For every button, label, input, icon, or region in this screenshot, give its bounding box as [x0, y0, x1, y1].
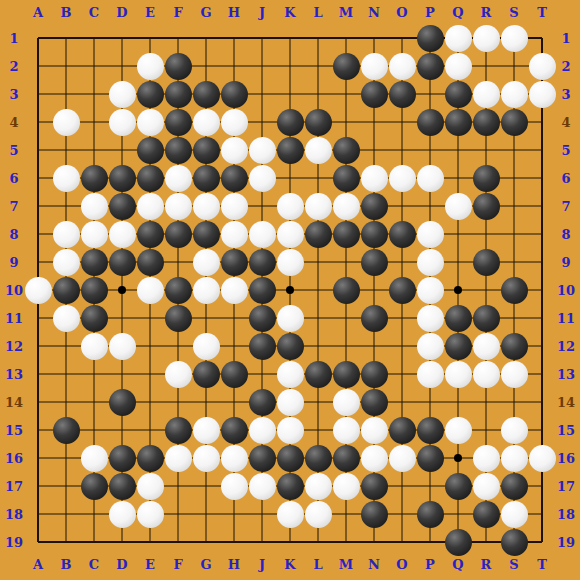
intersection-h2[interactable]	[220, 52, 248, 80]
intersection-s3[interactable]	[500, 80, 528, 108]
intersection-m6[interactable]	[332, 164, 360, 192]
intersection-o8[interactable]	[388, 220, 416, 248]
intersection-e13[interactable]	[136, 360, 164, 388]
intersection-o10[interactable]	[388, 276, 416, 304]
intersection-q17[interactable]	[444, 472, 472, 500]
intersection-m14[interactable]	[332, 388, 360, 416]
intersection-s12[interactable]	[500, 332, 528, 360]
intersection-h16[interactable]	[220, 444, 248, 472]
intersection-h15[interactable]	[220, 416, 248, 444]
intersection-g4[interactable]	[192, 108, 220, 136]
intersection-j12[interactable]	[248, 332, 276, 360]
intersection-j18[interactable]	[248, 500, 276, 528]
intersection-e18[interactable]	[136, 500, 164, 528]
intersection-m2[interactable]	[332, 52, 360, 80]
intersection-h14[interactable]	[220, 388, 248, 416]
intersection-k1[interactable]	[276, 24, 304, 52]
intersection-g2[interactable]	[192, 52, 220, 80]
intersection-p5[interactable]	[416, 136, 444, 164]
intersection-c2[interactable]	[80, 52, 108, 80]
intersection-r6[interactable]	[472, 164, 500, 192]
intersection-f2[interactable]	[164, 52, 192, 80]
intersection-f16[interactable]	[164, 444, 192, 472]
intersection-k11[interactable]	[276, 304, 304, 332]
intersection-s16[interactable]	[500, 444, 528, 472]
intersection-n16[interactable]	[360, 444, 388, 472]
intersection-n5[interactable]	[360, 136, 388, 164]
intersection-n8[interactable]	[360, 220, 388, 248]
intersection-o16[interactable]	[388, 444, 416, 472]
intersection-h13[interactable]	[220, 360, 248, 388]
intersection-t7[interactable]	[528, 192, 556, 220]
intersection-d14[interactable]	[108, 388, 136, 416]
intersection-j2[interactable]	[248, 52, 276, 80]
intersection-q16[interactable]	[444, 444, 472, 472]
intersection-b10[interactable]	[52, 276, 80, 304]
intersection-c14[interactable]	[80, 388, 108, 416]
intersection-a6[interactable]	[24, 164, 52, 192]
intersection-r1[interactable]	[472, 24, 500, 52]
intersection-h10[interactable]	[220, 276, 248, 304]
intersection-e7[interactable]	[136, 192, 164, 220]
intersection-n13[interactable]	[360, 360, 388, 388]
intersection-l2[interactable]	[304, 52, 332, 80]
intersection-m8[interactable]	[332, 220, 360, 248]
intersection-b11[interactable]	[52, 304, 80, 332]
intersection-b4[interactable]	[52, 108, 80, 136]
intersection-c8[interactable]	[80, 220, 108, 248]
intersection-j5[interactable]	[248, 136, 276, 164]
intersection-q14[interactable]	[444, 388, 472, 416]
intersection-p3[interactable]	[416, 80, 444, 108]
intersection-a18[interactable]	[24, 500, 52, 528]
intersection-r11[interactable]	[472, 304, 500, 332]
intersection-m16[interactable]	[332, 444, 360, 472]
intersection-e16[interactable]	[136, 444, 164, 472]
intersection-a7[interactable]	[24, 192, 52, 220]
intersection-c11[interactable]	[80, 304, 108, 332]
intersection-b13[interactable]	[52, 360, 80, 388]
intersection-e5[interactable]	[136, 136, 164, 164]
intersection-o12[interactable]	[388, 332, 416, 360]
intersection-a4[interactable]	[24, 108, 52, 136]
intersection-a11[interactable]	[24, 304, 52, 332]
intersection-t8[interactable]	[528, 220, 556, 248]
intersection-h1[interactable]	[220, 24, 248, 52]
intersection-t2[interactable]	[528, 52, 556, 80]
intersection-e6[interactable]	[136, 164, 164, 192]
intersection-r7[interactable]	[472, 192, 500, 220]
intersection-k12[interactable]	[276, 332, 304, 360]
intersection-q15[interactable]	[444, 416, 472, 444]
intersection-k13[interactable]	[276, 360, 304, 388]
intersection-h9[interactable]	[220, 248, 248, 276]
intersection-k6[interactable]	[276, 164, 304, 192]
intersection-q13[interactable]	[444, 360, 472, 388]
intersection-r17[interactable]	[472, 472, 500, 500]
intersection-q5[interactable]	[444, 136, 472, 164]
intersection-o2[interactable]	[388, 52, 416, 80]
intersection-r15[interactable]	[472, 416, 500, 444]
intersection-a19[interactable]	[24, 528, 52, 556]
intersection-e11[interactable]	[136, 304, 164, 332]
intersection-g14[interactable]	[192, 388, 220, 416]
intersection-h5[interactable]	[220, 136, 248, 164]
intersection-p8[interactable]	[416, 220, 444, 248]
intersection-c13[interactable]	[80, 360, 108, 388]
intersection-o3[interactable]	[388, 80, 416, 108]
intersection-l18[interactable]	[304, 500, 332, 528]
intersection-h3[interactable]	[220, 80, 248, 108]
intersection-k9[interactable]	[276, 248, 304, 276]
intersection-c4[interactable]	[80, 108, 108, 136]
intersection-k3[interactable]	[276, 80, 304, 108]
intersection-f13[interactable]	[164, 360, 192, 388]
intersection-j17[interactable]	[248, 472, 276, 500]
intersection-n12[interactable]	[360, 332, 388, 360]
intersection-d18[interactable]	[108, 500, 136, 528]
intersection-a10[interactable]	[24, 276, 52, 304]
intersection-g10[interactable]	[192, 276, 220, 304]
intersection-n19[interactable]	[360, 528, 388, 556]
intersection-a17[interactable]	[24, 472, 52, 500]
intersection-q18[interactable]	[444, 500, 472, 528]
intersection-g11[interactable]	[192, 304, 220, 332]
intersection-l5[interactable]	[304, 136, 332, 164]
intersection-m15[interactable]	[332, 416, 360, 444]
intersection-j6[interactable]	[248, 164, 276, 192]
intersection-o18[interactable]	[388, 500, 416, 528]
intersection-s11[interactable]	[500, 304, 528, 332]
intersection-p14[interactable]	[416, 388, 444, 416]
intersection-d15[interactable]	[108, 416, 136, 444]
intersection-r16[interactable]	[472, 444, 500, 472]
intersection-l17[interactable]	[304, 472, 332, 500]
intersection-c10[interactable]	[80, 276, 108, 304]
intersection-a2[interactable]	[24, 52, 52, 80]
intersection-h7[interactable]	[220, 192, 248, 220]
intersection-e10[interactable]	[136, 276, 164, 304]
intersection-t5[interactable]	[528, 136, 556, 164]
intersection-d4[interactable]	[108, 108, 136, 136]
intersection-g9[interactable]	[192, 248, 220, 276]
intersection-a1[interactable]	[24, 24, 52, 52]
intersection-b8[interactable]	[52, 220, 80, 248]
intersection-m7[interactable]	[332, 192, 360, 220]
intersection-s7[interactable]	[500, 192, 528, 220]
intersection-e8[interactable]	[136, 220, 164, 248]
intersection-e14[interactable]	[136, 388, 164, 416]
intersection-s17[interactable]	[500, 472, 528, 500]
intersection-s6[interactable]	[500, 164, 528, 192]
intersection-t16[interactable]	[528, 444, 556, 472]
intersection-k10[interactable]	[276, 276, 304, 304]
intersection-g7[interactable]	[192, 192, 220, 220]
intersection-m13[interactable]	[332, 360, 360, 388]
intersection-r13[interactable]	[472, 360, 500, 388]
intersection-o17[interactable]	[388, 472, 416, 500]
intersection-r10[interactable]	[472, 276, 500, 304]
intersection-h8[interactable]	[220, 220, 248, 248]
intersection-t12[interactable]	[528, 332, 556, 360]
intersection-o13[interactable]	[388, 360, 416, 388]
intersection-a12[interactable]	[24, 332, 52, 360]
intersection-n9[interactable]	[360, 248, 388, 276]
intersection-l3[interactable]	[304, 80, 332, 108]
intersection-m9[interactable]	[332, 248, 360, 276]
intersection-e19[interactable]	[136, 528, 164, 556]
intersection-g15[interactable]	[192, 416, 220, 444]
intersection-s19[interactable]	[500, 528, 528, 556]
intersection-o7[interactable]	[388, 192, 416, 220]
intersection-n2[interactable]	[360, 52, 388, 80]
intersection-t3[interactable]	[528, 80, 556, 108]
intersection-l14[interactable]	[304, 388, 332, 416]
intersection-k14[interactable]	[276, 388, 304, 416]
intersection-j9[interactable]	[248, 248, 276, 276]
intersection-c5[interactable]	[80, 136, 108, 164]
intersection-a5[interactable]	[24, 136, 52, 164]
intersection-f7[interactable]	[164, 192, 192, 220]
intersection-s14[interactable]	[500, 388, 528, 416]
intersection-n10[interactable]	[360, 276, 388, 304]
intersection-b19[interactable]	[52, 528, 80, 556]
intersection-k2[interactable]	[276, 52, 304, 80]
intersection-n6[interactable]	[360, 164, 388, 192]
intersection-e9[interactable]	[136, 248, 164, 276]
intersection-o6[interactable]	[388, 164, 416, 192]
intersection-j16[interactable]	[248, 444, 276, 472]
intersection-a16[interactable]	[24, 444, 52, 472]
intersection-l8[interactable]	[304, 220, 332, 248]
intersection-l13[interactable]	[304, 360, 332, 388]
intersection-q4[interactable]	[444, 108, 472, 136]
intersection-o9[interactable]	[388, 248, 416, 276]
intersection-l16[interactable]	[304, 444, 332, 472]
intersection-g8[interactable]	[192, 220, 220, 248]
intersection-h18[interactable]	[220, 500, 248, 528]
intersection-f15[interactable]	[164, 416, 192, 444]
intersection-q7[interactable]	[444, 192, 472, 220]
intersection-g3[interactable]	[192, 80, 220, 108]
intersection-h11[interactable]	[220, 304, 248, 332]
intersection-k16[interactable]	[276, 444, 304, 472]
intersection-r12[interactable]	[472, 332, 500, 360]
intersection-c6[interactable]	[80, 164, 108, 192]
intersection-c12[interactable]	[80, 332, 108, 360]
intersection-e3[interactable]	[136, 80, 164, 108]
intersection-p2[interactable]	[416, 52, 444, 80]
intersection-t14[interactable]	[528, 388, 556, 416]
intersection-j3[interactable]	[248, 80, 276, 108]
intersection-j8[interactable]	[248, 220, 276, 248]
intersection-a3[interactable]	[24, 80, 52, 108]
intersection-p12[interactable]	[416, 332, 444, 360]
intersection-q8[interactable]	[444, 220, 472, 248]
intersection-p19[interactable]	[416, 528, 444, 556]
intersection-p11[interactable]	[416, 304, 444, 332]
intersection-l10[interactable]	[304, 276, 332, 304]
intersection-n1[interactable]	[360, 24, 388, 52]
intersection-e15[interactable]	[136, 416, 164, 444]
intersection-n3[interactable]	[360, 80, 388, 108]
intersection-b18[interactable]	[52, 500, 80, 528]
intersection-s10[interactable]	[500, 276, 528, 304]
intersection-b6[interactable]	[52, 164, 80, 192]
intersection-d16[interactable]	[108, 444, 136, 472]
intersection-k7[interactable]	[276, 192, 304, 220]
intersection-a8[interactable]	[24, 220, 52, 248]
intersection-e2[interactable]	[136, 52, 164, 80]
intersection-k18[interactable]	[276, 500, 304, 528]
intersection-t10[interactable]	[528, 276, 556, 304]
intersection-g12[interactable]	[192, 332, 220, 360]
intersection-q12[interactable]	[444, 332, 472, 360]
intersection-d7[interactable]	[108, 192, 136, 220]
intersection-f6[interactable]	[164, 164, 192, 192]
intersection-r9[interactable]	[472, 248, 500, 276]
intersection-b14[interactable]	[52, 388, 80, 416]
intersection-m18[interactable]	[332, 500, 360, 528]
intersection-f17[interactable]	[164, 472, 192, 500]
intersection-f19[interactable]	[164, 528, 192, 556]
intersection-n18[interactable]	[360, 500, 388, 528]
intersection-r19[interactable]	[472, 528, 500, 556]
intersection-h6[interactable]	[220, 164, 248, 192]
intersection-h19[interactable]	[220, 528, 248, 556]
intersection-q10[interactable]	[444, 276, 472, 304]
intersection-b9[interactable]	[52, 248, 80, 276]
intersection-f9[interactable]	[164, 248, 192, 276]
intersection-s9[interactable]	[500, 248, 528, 276]
intersection-b1[interactable]	[52, 24, 80, 52]
intersection-n11[interactable]	[360, 304, 388, 332]
intersection-s8[interactable]	[500, 220, 528, 248]
intersection-j11[interactable]	[248, 304, 276, 332]
intersection-s1[interactable]	[500, 24, 528, 52]
intersection-e17[interactable]	[136, 472, 164, 500]
intersection-o1[interactable]	[388, 24, 416, 52]
intersection-t4[interactable]	[528, 108, 556, 136]
intersection-p10[interactable]	[416, 276, 444, 304]
intersection-r2[interactable]	[472, 52, 500, 80]
intersection-l1[interactable]	[304, 24, 332, 52]
intersection-s2[interactable]	[500, 52, 528, 80]
intersection-c17[interactable]	[80, 472, 108, 500]
intersection-p13[interactable]	[416, 360, 444, 388]
intersection-c9[interactable]	[80, 248, 108, 276]
intersection-g18[interactable]	[192, 500, 220, 528]
intersection-l7[interactable]	[304, 192, 332, 220]
intersection-m10[interactable]	[332, 276, 360, 304]
intersection-g19[interactable]	[192, 528, 220, 556]
intersection-g6[interactable]	[192, 164, 220, 192]
intersection-b17[interactable]	[52, 472, 80, 500]
intersection-k17[interactable]	[276, 472, 304, 500]
intersection-d5[interactable]	[108, 136, 136, 164]
intersection-p4[interactable]	[416, 108, 444, 136]
intersection-j10[interactable]	[248, 276, 276, 304]
intersection-j1[interactable]	[248, 24, 276, 52]
intersection-s5[interactable]	[500, 136, 528, 164]
intersection-t13[interactable]	[528, 360, 556, 388]
intersection-f4[interactable]	[164, 108, 192, 136]
intersection-t9[interactable]	[528, 248, 556, 276]
intersection-l19[interactable]	[304, 528, 332, 556]
intersection-p15[interactable]	[416, 416, 444, 444]
intersection-a13[interactable]	[24, 360, 52, 388]
intersection-t17[interactable]	[528, 472, 556, 500]
intersection-n17[interactable]	[360, 472, 388, 500]
intersection-f10[interactable]	[164, 276, 192, 304]
intersection-d19[interactable]	[108, 528, 136, 556]
intersection-l9[interactable]	[304, 248, 332, 276]
intersection-d11[interactable]	[108, 304, 136, 332]
intersection-l15[interactable]	[304, 416, 332, 444]
intersection-e4[interactable]	[136, 108, 164, 136]
intersection-h4[interactable]	[220, 108, 248, 136]
intersection-m3[interactable]	[332, 80, 360, 108]
intersection-d3[interactable]	[108, 80, 136, 108]
intersection-f18[interactable]	[164, 500, 192, 528]
intersection-m17[interactable]	[332, 472, 360, 500]
intersection-r5[interactable]	[472, 136, 500, 164]
intersection-l11[interactable]	[304, 304, 332, 332]
intersection-b7[interactable]	[52, 192, 80, 220]
intersection-d10[interactable]	[108, 276, 136, 304]
intersection-n14[interactable]	[360, 388, 388, 416]
intersection-o19[interactable]	[388, 528, 416, 556]
intersection-b5[interactable]	[52, 136, 80, 164]
intersection-s13[interactable]	[500, 360, 528, 388]
intersection-a9[interactable]	[24, 248, 52, 276]
board-intersections[interactable]	[24, 24, 556, 556]
intersection-f3[interactable]	[164, 80, 192, 108]
intersection-k15[interactable]	[276, 416, 304, 444]
intersection-c15[interactable]	[80, 416, 108, 444]
intersection-r14[interactable]	[472, 388, 500, 416]
intersection-m5[interactable]	[332, 136, 360, 164]
intersection-c18[interactable]	[80, 500, 108, 528]
intersection-o5[interactable]	[388, 136, 416, 164]
intersection-t1[interactable]	[528, 24, 556, 52]
intersection-p9[interactable]	[416, 248, 444, 276]
intersection-t11[interactable]	[528, 304, 556, 332]
intersection-e1[interactable]	[136, 24, 164, 52]
intersection-m12[interactable]	[332, 332, 360, 360]
intersection-q3[interactable]	[444, 80, 472, 108]
intersection-d8[interactable]	[108, 220, 136, 248]
intersection-f1[interactable]	[164, 24, 192, 52]
intersection-c16[interactable]	[80, 444, 108, 472]
intersection-j19[interactable]	[248, 528, 276, 556]
intersection-j14[interactable]	[248, 388, 276, 416]
intersection-c19[interactable]	[80, 528, 108, 556]
intersection-g17[interactable]	[192, 472, 220, 500]
intersection-s15[interactable]	[500, 416, 528, 444]
intersection-g5[interactable]	[192, 136, 220, 164]
intersection-l12[interactable]	[304, 332, 332, 360]
intersection-d2[interactable]	[108, 52, 136, 80]
intersection-f8[interactable]	[164, 220, 192, 248]
intersection-b15[interactable]	[52, 416, 80, 444]
intersection-l6[interactable]	[304, 164, 332, 192]
intersection-a14[interactable]	[24, 388, 52, 416]
intersection-p1[interactable]	[416, 24, 444, 52]
intersection-t15[interactable]	[528, 416, 556, 444]
intersection-m19[interactable]	[332, 528, 360, 556]
intersection-o11[interactable]	[388, 304, 416, 332]
